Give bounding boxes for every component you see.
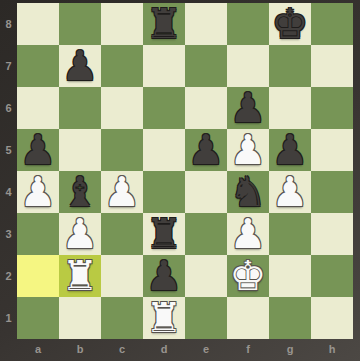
rank-label-4: 4 (0, 171, 17, 213)
rank-label-2: 2 (0, 255, 17, 297)
square-f3[interactable]: ♟ (227, 213, 269, 255)
square-b8[interactable] (59, 3, 101, 45)
square-f1[interactable] (227, 297, 269, 339)
square-a5[interactable]: ♟ (17, 129, 59, 171)
piece-black-knight[interactable]: ♞ (227, 171, 269, 213)
square-h6[interactable] (311, 87, 353, 129)
square-a3[interactable] (17, 213, 59, 255)
square-g4[interactable]: ♟ (269, 171, 311, 213)
square-a6[interactable] (17, 87, 59, 129)
piece-white-king[interactable]: ♚ (227, 255, 269, 297)
file-label-a: a (17, 341, 59, 359)
piece-white-pawn[interactable]: ♟ (59, 213, 101, 255)
square-e5[interactable]: ♟ (185, 129, 227, 171)
square-e8[interactable] (185, 3, 227, 45)
piece-black-rook[interactable]: ♜ (143, 3, 185, 45)
piece-black-pawn[interactable]: ♟ (227, 87, 269, 129)
piece-white-pawn[interactable]: ♟ (17, 171, 59, 213)
rank-label-3: 3 (0, 213, 17, 255)
square-h1[interactable] (311, 297, 353, 339)
square-a8[interactable] (17, 3, 59, 45)
square-e3[interactable] (185, 213, 227, 255)
piece-black-bishop[interactable]: ♝ (59, 171, 101, 213)
file-label-b: b (59, 341, 101, 359)
square-d1[interactable]: ♜ (143, 297, 185, 339)
piece-black-pawn[interactable]: ♟ (17, 129, 59, 171)
piece-white-pawn[interactable]: ♟ (101, 171, 143, 213)
file-label-g: g (269, 341, 311, 359)
square-b6[interactable] (59, 87, 101, 129)
square-f4[interactable]: ♞ (227, 171, 269, 213)
square-g5[interactable]: ♟ (269, 129, 311, 171)
square-d3[interactable]: ♜ (143, 213, 185, 255)
square-g8[interactable]: ♚ (269, 3, 311, 45)
square-c7[interactable] (101, 45, 143, 87)
file-label-f: f (227, 341, 269, 359)
square-c4[interactable]: ♟ (101, 171, 143, 213)
square-c8[interactable] (101, 3, 143, 45)
piece-black-pawn[interactable]: ♟ (143, 255, 185, 297)
square-f2[interactable]: ♚ (227, 255, 269, 297)
piece-black-rook[interactable]: ♜ (143, 213, 185, 255)
chess-board: ♜♚♟♟♟♟♟♟♟♝♟♞♟♟♜♟♜♟♚♜ (17, 3, 353, 339)
square-h7[interactable] (311, 45, 353, 87)
square-g2[interactable] (269, 255, 311, 297)
square-h3[interactable] (311, 213, 353, 255)
square-d2[interactable]: ♟ (143, 255, 185, 297)
piece-black-king[interactable]: ♚ (269, 3, 311, 45)
piece-white-pawn[interactable]: ♟ (227, 129, 269, 171)
square-g3[interactable] (269, 213, 311, 255)
square-e2[interactable] (185, 255, 227, 297)
square-a2[interactable] (17, 255, 59, 297)
square-c2[interactable] (101, 255, 143, 297)
square-g7[interactable] (269, 45, 311, 87)
square-e6[interactable] (185, 87, 227, 129)
square-c3[interactable] (101, 213, 143, 255)
square-f6[interactable]: ♟ (227, 87, 269, 129)
square-g1[interactable] (269, 297, 311, 339)
square-a4[interactable]: ♟ (17, 171, 59, 213)
piece-white-rook[interactable]: ♜ (59, 255, 101, 297)
square-f7[interactable] (227, 45, 269, 87)
square-e7[interactable] (185, 45, 227, 87)
square-h4[interactable] (311, 171, 353, 213)
square-b7[interactable]: ♟ (59, 45, 101, 87)
square-e1[interactable] (185, 297, 227, 339)
square-c5[interactable] (101, 129, 143, 171)
rank-label-5: 5 (0, 129, 17, 171)
square-d8[interactable]: ♜ (143, 3, 185, 45)
rank-label-7: 7 (0, 45, 17, 87)
rank-label-1: 1 (0, 297, 17, 339)
square-d4[interactable] (143, 171, 185, 213)
piece-black-pawn[interactable]: ♟ (59, 45, 101, 87)
square-b4[interactable]: ♝ (59, 171, 101, 213)
square-b1[interactable] (59, 297, 101, 339)
piece-black-pawn[interactable]: ♟ (269, 129, 311, 171)
file-label-d: d (143, 341, 185, 359)
square-f8[interactable] (227, 3, 269, 45)
piece-white-rook[interactable]: ♜ (143, 297, 185, 339)
piece-white-pawn[interactable]: ♟ (227, 213, 269, 255)
square-c6[interactable] (101, 87, 143, 129)
square-c1[interactable] (101, 297, 143, 339)
square-b5[interactable] (59, 129, 101, 171)
square-b3[interactable]: ♟ (59, 213, 101, 255)
file-label-h: h (311, 341, 353, 359)
square-h2[interactable] (311, 255, 353, 297)
file-label-c: c (101, 341, 143, 359)
square-d5[interactable] (143, 129, 185, 171)
square-f5[interactable]: ♟ (227, 129, 269, 171)
piece-white-pawn[interactable]: ♟ (269, 171, 311, 213)
square-h8[interactable] (311, 3, 353, 45)
square-h5[interactable] (311, 129, 353, 171)
square-g6[interactable] (269, 87, 311, 129)
file-label-e: e (185, 341, 227, 359)
rank-label-8: 8 (0, 3, 17, 45)
square-a7[interactable] (17, 45, 59, 87)
rank-label-6: 6 (0, 87, 17, 129)
square-b2[interactable]: ♜ (59, 255, 101, 297)
square-d7[interactable] (143, 45, 185, 87)
square-e4[interactable] (185, 171, 227, 213)
square-a1[interactable] (17, 297, 59, 339)
piece-black-pawn[interactable]: ♟ (185, 129, 227, 171)
square-d6[interactable] (143, 87, 185, 129)
